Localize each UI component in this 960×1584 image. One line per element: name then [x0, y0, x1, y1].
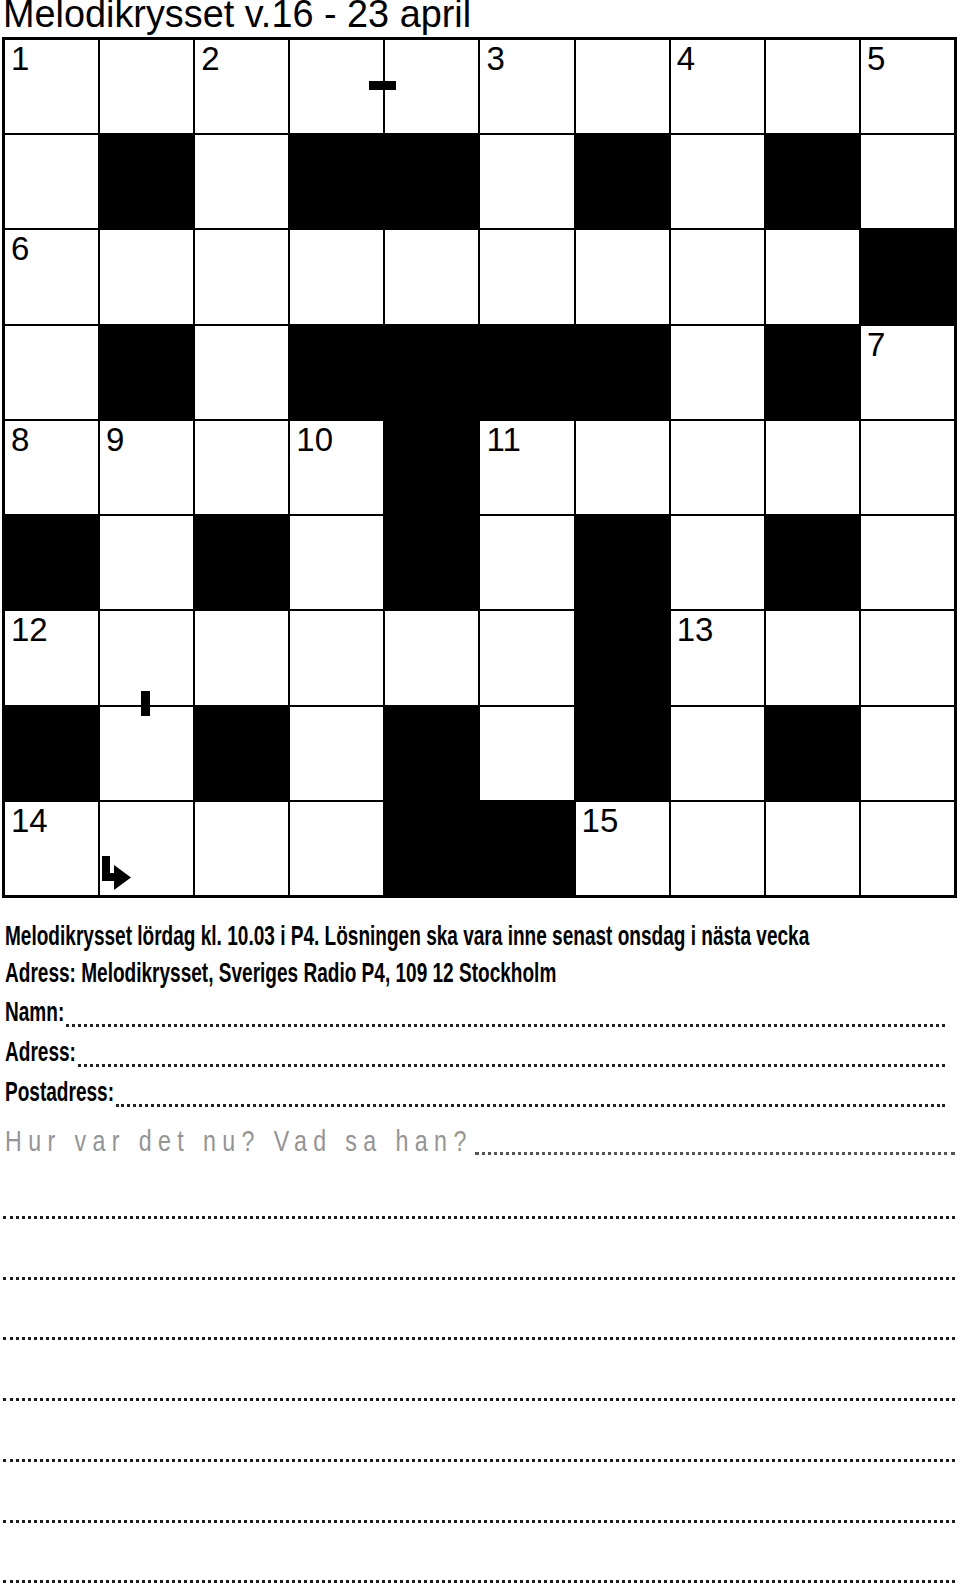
- grid-cell[interactable]: [479, 610, 574, 705]
- clue-number: 1: [11, 41, 29, 77]
- blocked-cell: [99, 325, 194, 420]
- grid-cell[interactable]: [765, 801, 860, 896]
- grid-cell[interactable]: [289, 229, 384, 324]
- grid-cell[interactable]: [384, 39, 479, 134]
- grid-cell[interactable]: [670, 325, 765, 420]
- clue-number: 5: [867, 41, 885, 77]
- answer-dotted-line: [3, 1398, 955, 1401]
- grid-cell[interactable]: [99, 39, 194, 134]
- grid-cell[interactable]: [860, 706, 955, 801]
- broadcast-info-line: Melodikrysset lördag kl. 10.03 i P4. Lös…: [5, 919, 809, 953]
- blocked-cell: [99, 134, 194, 229]
- grid-cell[interactable]: [670, 134, 765, 229]
- grid-cell[interactable]: [289, 706, 384, 801]
- clue-number: 12: [11, 612, 48, 648]
- blocked-cell: [384, 420, 479, 515]
- grid-cell[interactable]: [194, 420, 289, 515]
- blocked-cell: [575, 610, 670, 705]
- address-info-line: Adress: Melodikrysset, Sveriges Radio P4…: [5, 956, 556, 990]
- answer-dotted-line: [3, 1216, 955, 1219]
- grid-cell[interactable]: [99, 706, 194, 801]
- broadcast-info-text: Melodikrysset lördag kl. 10.03 i P4. Lös…: [5, 919, 809, 953]
- grid-cell[interactable]: [384, 610, 479, 705]
- crossword-page: Melodikrysset v.16 - 23 april 1234567891…: [0, 0, 960, 1584]
- grid-cell[interactable]: [860, 610, 955, 705]
- grid-cell[interactable]: 13: [670, 610, 765, 705]
- grid-cell[interactable]: 6: [4, 229, 99, 324]
- blocked-cell: [194, 515, 289, 610]
- blocked-cell: [575, 515, 670, 610]
- page-title: Melodikrysset v.16 - 23 april: [3, 0, 471, 36]
- prompt-text: Hur var det nu? Vad sa han?: [5, 1124, 473, 1158]
- clue-number: 3: [486, 41, 504, 77]
- grid-cell[interactable]: 1: [4, 39, 99, 134]
- address-form-line: Adress:: [5, 1035, 945, 1069]
- blocked-cell: [765, 134, 860, 229]
- grid-cell[interactable]: [384, 229, 479, 324]
- blocked-cell: [384, 134, 479, 229]
- grid-cell[interactable]: [194, 229, 289, 324]
- postal-form-line: Postadress:: [5, 1075, 945, 1109]
- grid-cell[interactable]: [194, 325, 289, 420]
- clue-number: 4: [677, 41, 695, 77]
- clue-number: 11: [486, 422, 520, 458]
- grid-cell[interactable]: [765, 229, 860, 324]
- grid-cell[interactable]: [4, 325, 99, 420]
- grid-cell[interactable]: [860, 420, 955, 515]
- clue-number: 2: [201, 41, 219, 77]
- clue-number: 13: [677, 612, 714, 648]
- grid-cell[interactable]: [860, 515, 955, 610]
- prompt-line: Hur var det nu? Vad sa han?: [5, 1124, 955, 1158]
- clue-number: 14: [11, 803, 48, 839]
- blocked-cell: [4, 706, 99, 801]
- grid-cell[interactable]: 4: [670, 39, 765, 134]
- postal-label: Postadress:: [5, 1075, 114, 1109]
- grid-cell[interactable]: [289, 515, 384, 610]
- grid-cell[interactable]: [194, 801, 289, 896]
- crossword-board: 123456789101112131415: [2, 37, 957, 898]
- postal-dotted-leader: [116, 1075, 945, 1107]
- blocked-cell: [479, 801, 574, 896]
- name-label: Namn:: [5, 995, 64, 1029]
- grid-cell[interactable]: 15: [575, 801, 670, 896]
- blocked-cell: [289, 134, 384, 229]
- grid-cell[interactable]: [765, 39, 860, 134]
- grid-cell[interactable]: [860, 801, 955, 896]
- grid-cell[interactable]: [99, 801, 194, 896]
- grid-cell[interactable]: [289, 39, 384, 134]
- answer-dotted-line: [3, 1459, 955, 1462]
- blocked-cell: [289, 325, 384, 420]
- answer-dotted-line: [3, 1580, 955, 1583]
- grid-cell[interactable]: [479, 515, 574, 610]
- grid-cell[interactable]: [99, 229, 194, 324]
- blocked-cell: [384, 515, 479, 610]
- grid-cell[interactable]: [289, 610, 384, 705]
- clue-number: 10: [296, 422, 333, 458]
- grid-cell[interactable]: [765, 420, 860, 515]
- blocked-cell: [765, 325, 860, 420]
- grid-cell[interactable]: [99, 610, 194, 705]
- blocked-cell: [384, 706, 479, 801]
- grid-cell[interactable]: 5: [860, 39, 955, 134]
- grid-cell[interactable]: 3: [479, 39, 574, 134]
- blocked-cell: [384, 801, 479, 896]
- name-form-line: Namn:: [5, 995, 945, 1029]
- grid-cell[interactable]: [479, 229, 574, 324]
- answer-dotted-line: [3, 1277, 955, 1280]
- grid-cell[interactable]: [479, 706, 574, 801]
- clue-number: 8: [11, 422, 29, 458]
- grid-cell[interactable]: 14: [4, 801, 99, 896]
- grid-cell[interactable]: 12: [4, 610, 99, 705]
- answer-dotted-line: [3, 1337, 955, 1340]
- grid-cell[interactable]: [194, 134, 289, 229]
- grid-cell[interactable]: [670, 515, 765, 610]
- grid-cell[interactable]: [479, 134, 574, 229]
- grid-cell[interactable]: 8: [4, 420, 99, 515]
- blocked-cell: [479, 325, 574, 420]
- grid-cell[interactable]: [860, 134, 955, 229]
- grid-cell[interactable]: [670, 229, 765, 324]
- answer-dotted-line: [3, 1520, 955, 1523]
- address-dotted-leader: [78, 1035, 945, 1067]
- grid-cell[interactable]: 2: [194, 39, 289, 134]
- blocked-cell: [4, 515, 99, 610]
- grid-cell[interactable]: [575, 229, 670, 324]
- grid-cell[interactable]: [670, 420, 765, 515]
- clue-number: 9: [106, 422, 124, 458]
- prompt-dotted-leader: [475, 1124, 955, 1155]
- grid-cell[interactable]: [4, 134, 99, 229]
- name-dotted-leader: [66, 995, 945, 1027]
- blocked-cell: [765, 706, 860, 801]
- clue-number: 6: [11, 231, 29, 267]
- grid-cell[interactable]: [99, 515, 194, 610]
- grid-cell[interactable]: 11: [479, 420, 574, 515]
- blocked-cell: [765, 515, 860, 610]
- address-label: Adress:: [5, 1035, 76, 1069]
- blocked-cell: [575, 706, 670, 801]
- blocked-cell: [194, 706, 289, 801]
- grid-cell[interactable]: 7: [860, 325, 955, 420]
- blocked-cell: [575, 325, 670, 420]
- clue-number: 7: [867, 327, 885, 363]
- blocked-cell: [384, 325, 479, 420]
- grid-cell[interactable]: [289, 801, 384, 896]
- blocked-cell: [860, 229, 955, 324]
- grid-cell[interactable]: [670, 801, 765, 896]
- grid-cell[interactable]: [575, 39, 670, 134]
- grid-cell[interactable]: [765, 610, 860, 705]
- address-info-text: Adress: Melodikrysset, Sveriges Radio P4…: [5, 956, 556, 990]
- grid-cell[interactable]: [194, 610, 289, 705]
- grid-cell[interactable]: [670, 706, 765, 801]
- blocked-cell: [575, 134, 670, 229]
- grid-cell[interactable]: [575, 420, 670, 515]
- grid-cell[interactable]: 10: [289, 420, 384, 515]
- clue-number: 15: [582, 803, 619, 839]
- grid-cell[interactable]: 9: [99, 420, 194, 515]
